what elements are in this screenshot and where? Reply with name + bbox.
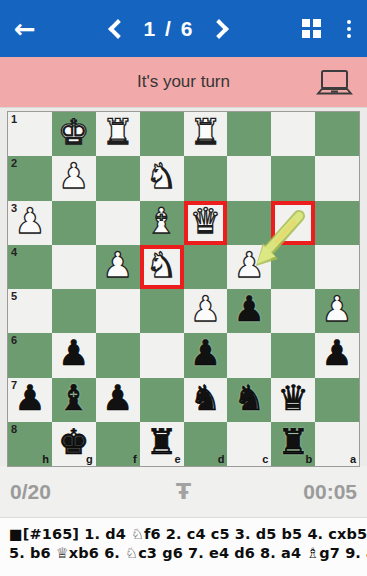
square-d6[interactable]: ♟	[184, 333, 228, 377]
square-b5[interactable]	[271, 289, 315, 333]
square-f2[interactable]	[96, 156, 140, 200]
file-label-f: f	[133, 453, 137, 466]
square-b1[interactable]	[271, 112, 315, 156]
computer-play-icon[interactable]	[316, 69, 353, 100]
board-area: 1♚♜♜2♟♞♟3♝♛4♟♞♟5♟♟♟6♟♟♟♟7♝♟♞♞♛8h♚gf♜edc♜…	[0, 108, 367, 466]
score-counter: 0/20	[10, 480, 120, 504]
overflow-menu-button[interactable]	[345, 18, 353, 40]
square-c1[interactable]	[227, 112, 271, 156]
file-label-h: h	[42, 453, 49, 466]
rank-label-5: 5	[11, 290, 17, 302]
white-king[interactable]: ♚	[58, 115, 89, 150]
rank-label-4: 4	[11, 246, 17, 258]
square-a4[interactable]	[315, 245, 359, 289]
square-h3[interactable]: ♟3	[8, 201, 52, 245]
moves-line-2: 5. b6 ♕xb6 6. ♘c3 g6 7. e4 d6 8. a4 ♗g7 …	[9, 544, 358, 563]
square-e1[interactable]	[140, 112, 184, 156]
square-c4[interactable]: ♟	[227, 245, 271, 289]
square-c3[interactable]	[227, 201, 271, 245]
square-b6[interactable]	[271, 333, 315, 377]
square-c2[interactable]	[227, 156, 271, 200]
square-g5[interactable]	[52, 289, 96, 333]
white-rook[interactable]: ♜	[102, 115, 133, 150]
puzzle-counter: 1 / 6	[143, 17, 194, 41]
square-h1[interactable]: 1	[8, 112, 52, 156]
white-pawn[interactable]: ♟	[14, 204, 45, 239]
rank-label-6: 6	[11, 334, 17, 346]
square-d8[interactable]: d	[184, 422, 228, 466]
turn-banner: It's your turn	[0, 57, 367, 108]
top-toolbar: ← 1 / 6	[0, 0, 367, 57]
square-e4[interactable]: ♞	[140, 245, 184, 289]
rank-label-1: 1	[11, 113, 17, 125]
square-d2[interactable]	[184, 156, 228, 200]
square-h2[interactable]: 2	[8, 156, 52, 200]
white-bishop[interactable]: ♝	[146, 204, 177, 239]
square-h5[interactable]: 5	[8, 289, 52, 333]
black-pawn[interactable]: ♟	[321, 336, 352, 371]
puzzle-navigation: 1 / 6	[36, 17, 302, 41]
square-a6[interactable]: ♟	[315, 333, 359, 377]
black-pawn[interactable]: ♟	[234, 292, 265, 327]
square-g8[interactable]: ♚g	[52, 422, 96, 466]
file-label-c: c	[262, 453, 268, 466]
square-e7[interactable]	[140, 378, 184, 422]
black-pawn[interactable]: ♟	[14, 381, 45, 416]
white-rook[interactable]: ♜	[190, 115, 221, 150]
square-e3[interactable]: ♝	[140, 201, 184, 245]
white-knight[interactable]: ♞	[146, 159, 177, 194]
stats-bar: 0/20 Ŧ 00:05	[0, 466, 367, 518]
square-a1[interactable]	[315, 112, 359, 156]
square-h6[interactable]: 6	[8, 333, 52, 377]
rank-label-2: 2	[11, 157, 17, 169]
evaluation-symbol: Ŧ	[120, 479, 247, 504]
square-a8[interactable]: a	[315, 422, 359, 466]
timer: 00:05	[247, 480, 357, 504]
square-c6[interactable]	[227, 333, 271, 377]
square-f7[interactable]: ♟	[96, 378, 140, 422]
square-g4[interactable]	[52, 245, 96, 289]
square-c5[interactable]: ♟	[227, 289, 271, 333]
moves-line-1: ■[#165] 1. d4 ♘f6 2. c4 c5 3. d5 b5 4. c…	[9, 525, 358, 544]
square-d1[interactable]: ♜	[184, 112, 228, 156]
black-king[interactable]: ♚	[58, 425, 89, 460]
square-e2[interactable]: ♞	[140, 156, 184, 200]
move-list[interactable]: ■[#165] 1. d4 ♘f6 2. c4 c5 3. d5 b5 4. c…	[0, 518, 367, 576]
prev-puzzle-button[interactable]	[109, 19, 129, 39]
square-f6[interactable]	[96, 333, 140, 377]
black-knight[interactable]: ♞	[234, 381, 265, 416]
white-pawn[interactable]: ♟	[234, 248, 265, 283]
black-bishop[interactable]: ♝	[58, 381, 89, 416]
square-b2[interactable]	[271, 156, 315, 200]
square-h8[interactable]: 8h	[8, 422, 52, 466]
black-pawn[interactable]: ♟	[58, 336, 89, 371]
square-f3[interactable]	[96, 201, 140, 245]
puzzle-grid-button[interactable]	[302, 19, 321, 38]
chess-board[interactable]: 1♚♜♜2♟♞♟3♝♛4♟♞♟5♟♟♟6♟♟♟♟7♝♟♞♞♛8h♚gf♜edc♜…	[7, 111, 360, 467]
square-e6[interactable]	[140, 333, 184, 377]
black-rook[interactable]: ♜	[277, 425, 308, 460]
square-g3[interactable]	[52, 201, 96, 245]
square-a5[interactable]: ♟	[315, 289, 359, 333]
square-a2[interactable]	[315, 156, 359, 200]
turn-message: It's your turn	[137, 72, 230, 92]
square-h7[interactable]: ♟7	[8, 378, 52, 422]
square-f1[interactable]: ♜	[96, 112, 140, 156]
back-button[interactable]: ←	[14, 16, 36, 42]
white-pawn[interactable]: ♟	[190, 292, 221, 327]
square-a3[interactable]	[315, 201, 359, 245]
square-d4[interactable]	[184, 245, 228, 289]
black-knight[interactable]: ♞	[190, 381, 221, 416]
square-c7[interactable]: ♞	[227, 378, 271, 422]
file-label-a: a	[350, 453, 356, 466]
square-h4[interactable]: 4	[8, 245, 52, 289]
square-d5[interactable]: ♟	[184, 289, 228, 333]
square-g7[interactable]: ♝	[52, 378, 96, 422]
square-f5[interactable]	[96, 289, 140, 333]
rank-label-8: 8	[11, 423, 17, 435]
square-b3[interactable]	[271, 201, 315, 245]
square-b8[interactable]: ♜b	[271, 422, 315, 466]
square-g1[interactable]: ♚	[52, 112, 96, 156]
square-d7[interactable]: ♞	[184, 378, 228, 422]
white-pawn[interactable]: ♟	[58, 159, 89, 194]
next-puzzle-button[interactable]	[209, 19, 229, 39]
file-label-d: d	[218, 453, 225, 466]
white-pawn[interactable]: ♟	[102, 248, 133, 283]
square-e8[interactable]: ♜e	[140, 422, 184, 466]
square-g6[interactable]: ♟	[52, 333, 96, 377]
square-b4[interactable]	[271, 245, 315, 289]
white-knight[interactable]: ♞	[146, 248, 177, 283]
black-pawn[interactable]: ♟	[102, 381, 133, 416]
black-queen[interactable]: ♛	[277, 381, 308, 416]
square-g2[interactable]: ♟	[52, 156, 96, 200]
white-queen[interactable]: ♛	[190, 204, 221, 239]
square-c8[interactable]: c	[227, 422, 271, 466]
black-pawn[interactable]: ♟	[190, 336, 221, 371]
black-rook[interactable]: ♜	[146, 425, 177, 460]
square-d3[interactable]: ♛	[184, 201, 228, 245]
square-a7[interactable]	[315, 378, 359, 422]
square-f4[interactable]: ♟	[96, 245, 140, 289]
square-e5[interactable]	[140, 289, 184, 333]
square-f8[interactable]: f	[96, 422, 140, 466]
square-b7[interactable]: ♛	[271, 378, 315, 422]
white-pawn[interactable]: ♟	[321, 292, 352, 327]
